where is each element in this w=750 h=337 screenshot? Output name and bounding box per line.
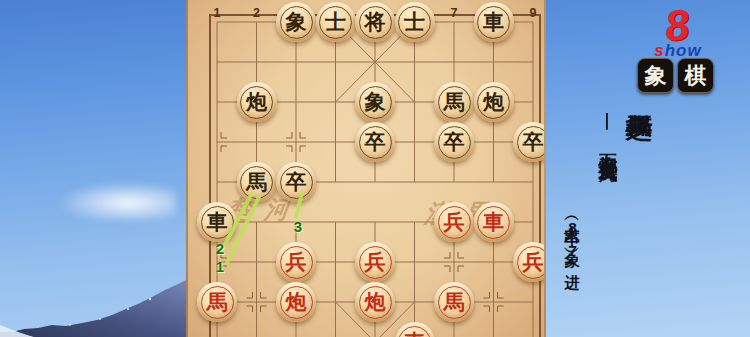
piece-glyph: 馬 xyxy=(434,282,474,322)
mountain xyxy=(0,273,188,337)
piece-red-horse[interactable]: 馬 xyxy=(434,282,474,322)
piece-glyph: 将 xyxy=(355,2,395,42)
variation-prefix: （大出车 xyxy=(564,211,581,219)
piece-glyph: 卒 xyxy=(355,122,395,162)
piece-black-general[interactable]: 将 xyxy=(355,2,395,42)
piece-red-cannon[interactable]: 炮 xyxy=(276,282,316,322)
variation-caption: （大出车8）象7进 xyxy=(561,211,582,263)
move-number-3: 3 xyxy=(290,218,306,235)
piece-glyph: 炮 xyxy=(237,82,277,122)
piece-glyph: 象 xyxy=(276,2,316,42)
screenshot-root: 楚河 漢界 123456789 象士将士車炮象馬炮卒卒卒馬卒車兵車兵兵兵馬炮炮馬… xyxy=(0,0,750,337)
piece-glyph: 車 xyxy=(474,2,514,42)
move-number-1: 1 xyxy=(212,258,228,275)
piece-glyph: 卒 xyxy=(276,162,316,202)
piece-black-horse[interactable]: 馬 xyxy=(237,162,277,202)
opening-subtitle: —五七炮三兵对屏风马 xyxy=(595,113,621,156)
subtitle-dash: — xyxy=(598,113,619,131)
piece-black-cannon[interactable]: 炮 xyxy=(474,82,514,122)
piece-glyph: 士 xyxy=(395,2,435,42)
piece-red-chariot[interactable]: 車 xyxy=(395,322,435,337)
piece-red-soldier[interactable]: 兵 xyxy=(513,242,546,282)
piece-glyph: 馬 xyxy=(434,82,474,122)
piece-red-cannon[interactable]: 炮 xyxy=(355,282,395,322)
piece-black-soldier[interactable]: 卒 xyxy=(513,122,546,162)
badge-char-right: 棋 xyxy=(677,58,714,93)
subtitle-text: 五七炮三兵对屏风马 xyxy=(598,140,619,156)
piece-glyph: 馬 xyxy=(237,162,277,202)
xiangqi-logo-badge: 象 棋 xyxy=(637,58,714,93)
piece-black-horse[interactable]: 馬 xyxy=(434,82,474,122)
piece-black-elephant[interactable]: 象 xyxy=(276,2,316,42)
variation-suffix: 进 xyxy=(564,261,581,263)
pieces-layer: 象士将士車炮象馬炮卒卒卒馬卒車兵車兵兵兵馬炮炮馬車 xyxy=(188,0,546,337)
piece-glyph: 兵 xyxy=(355,242,395,282)
piece-red-soldier[interactable]: 兵 xyxy=(355,242,395,282)
piece-red-horse[interactable]: 馬 xyxy=(197,282,237,322)
badge-char-left: 象 xyxy=(637,58,674,93)
piece-black-advisor[interactable]: 士 xyxy=(316,2,356,42)
piece-black-soldier[interactable]: 卒 xyxy=(355,122,395,162)
piece-black-chariot[interactable]: 車 xyxy=(474,2,514,42)
piece-glyph: 炮 xyxy=(276,282,316,322)
piece-glyph: 兵 xyxy=(513,242,546,282)
piece-black-elephant[interactable]: 象 xyxy=(355,82,395,122)
piece-black-advisor[interactable]: 士 xyxy=(395,2,435,42)
piece-glyph: 車 xyxy=(474,202,514,242)
piece-glyph: 車 xyxy=(197,202,237,242)
piece-glyph: 車 xyxy=(395,322,435,337)
piece-glyph: 炮 xyxy=(474,82,514,122)
variation-number: 8 xyxy=(564,219,581,238)
piece-glyph: 炮 xyxy=(355,282,395,322)
piece-black-soldier[interactable]: 卒 xyxy=(276,162,316,202)
page-title: 象棋开局之 xyxy=(621,96,657,100)
piece-glyph: 象 xyxy=(355,82,395,122)
piece-glyph: 卒 xyxy=(513,122,546,162)
piece-glyph: 卒 xyxy=(434,122,474,162)
piece-glyph: 士 xyxy=(316,2,356,42)
piece-red-chariot[interactable]: 車 xyxy=(474,202,514,242)
cloud xyxy=(58,182,176,220)
piece-black-soldier[interactable]: 卒 xyxy=(434,122,474,162)
piece-glyph: 兵 xyxy=(276,242,316,282)
xiangqi-board[interactable]: 楚河 漢界 123456789 象士将士車炮象馬炮卒卒卒馬卒車兵車兵兵兵馬炮炮馬… xyxy=(186,0,546,337)
piece-glyph: 兵 xyxy=(434,202,474,242)
piece-red-soldier[interactable]: 兵 xyxy=(276,242,316,282)
move-number-2: 2 xyxy=(212,240,228,257)
piece-red-soldier[interactable]: 兵 xyxy=(434,202,474,242)
piece-black-cannon[interactable]: 炮 xyxy=(237,82,277,122)
piece-glyph: 馬 xyxy=(197,282,237,322)
variation-number-2: 7 xyxy=(564,242,581,261)
piece-black-chariot[interactable]: 車 xyxy=(197,202,237,242)
